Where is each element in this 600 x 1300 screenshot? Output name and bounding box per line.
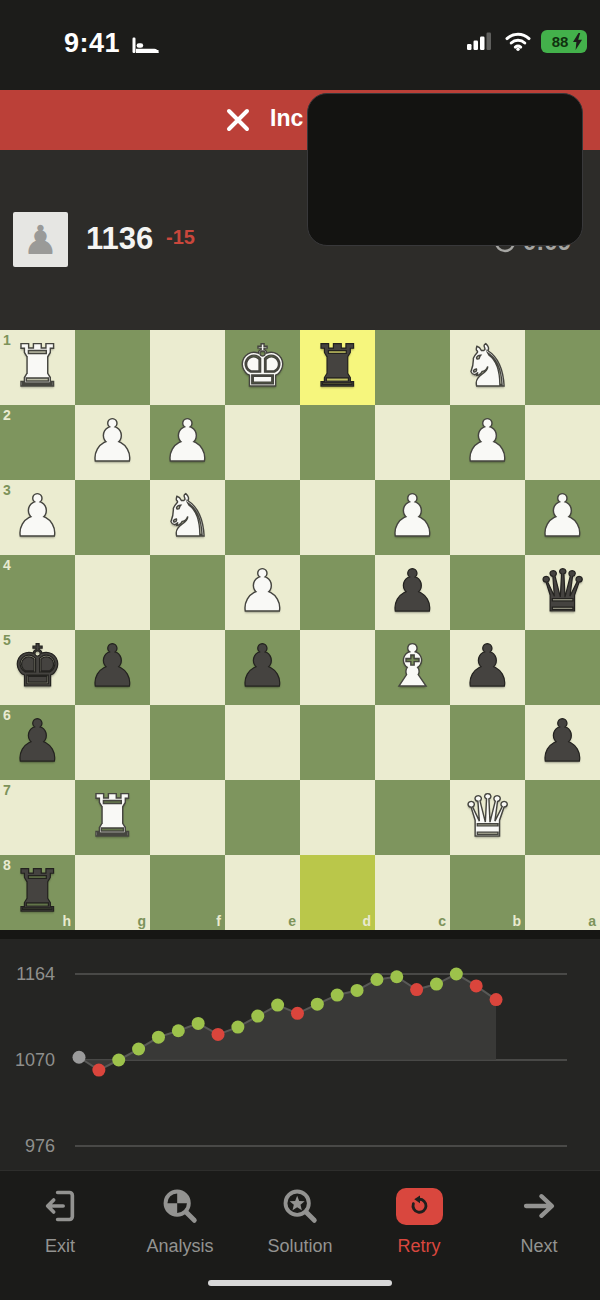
square-h8[interactable]: ♜8h bbox=[0, 855, 75, 930]
white-rook: ♜ bbox=[0, 330, 75, 405]
square-h2[interactable]: 2 bbox=[0, 405, 75, 480]
square-d1[interactable]: ♜ bbox=[300, 330, 375, 405]
square-a1[interactable] bbox=[525, 330, 600, 405]
square-g8[interactable]: g bbox=[75, 855, 150, 930]
square-g2[interactable]: ♟ bbox=[75, 405, 150, 480]
avatar[interactable]: ♟ bbox=[13, 212, 68, 267]
white-pawn: ♟ bbox=[0, 480, 75, 555]
rank-label: 4 bbox=[3, 557, 11, 573]
square-h7[interactable]: 7 bbox=[0, 780, 75, 855]
square-b6[interactable] bbox=[450, 705, 525, 780]
square-f8[interactable]: f bbox=[150, 855, 225, 930]
square-h4[interactable]: 4 bbox=[0, 555, 75, 630]
status-bar: 9:41 88 bbox=[0, 0, 600, 90]
square-c3[interactable]: ♟ bbox=[375, 480, 450, 555]
solution-button[interactable]: Solution bbox=[245, 1185, 355, 1257]
exit-label: Exit bbox=[45, 1236, 75, 1257]
clock-time: 9:41 bbox=[64, 28, 120, 59]
white-knight: ♞ bbox=[150, 480, 225, 555]
square-c6[interactable] bbox=[375, 705, 450, 780]
next-button[interactable]: Next bbox=[484, 1185, 594, 1257]
rank-label: 2 bbox=[3, 407, 11, 423]
square-f6[interactable] bbox=[150, 705, 225, 780]
square-g6[interactable] bbox=[75, 705, 150, 780]
square-e8[interactable]: e bbox=[225, 855, 300, 930]
square-f5[interactable] bbox=[150, 630, 225, 705]
square-h6[interactable]: ♟6 bbox=[0, 705, 75, 780]
square-d4[interactable] bbox=[300, 555, 375, 630]
square-b1[interactable]: ♞ bbox=[450, 330, 525, 405]
home-indicator[interactable] bbox=[208, 1280, 392, 1286]
square-b2[interactable]: ♟ bbox=[450, 405, 525, 480]
square-a4[interactable]: ♛ bbox=[525, 555, 600, 630]
rating-chart: 11641070976 bbox=[0, 939, 600, 1170]
solution-label: Solution bbox=[267, 1236, 332, 1257]
rank-label: 6 bbox=[3, 707, 11, 723]
file-label: d bbox=[362, 913, 371, 929]
square-b3[interactable] bbox=[450, 480, 525, 555]
square-g1[interactable] bbox=[75, 330, 150, 405]
square-e4[interactable]: ♟ bbox=[225, 555, 300, 630]
close-icon[interactable] bbox=[225, 107, 251, 133]
file-label: a bbox=[588, 913, 596, 929]
rank-label: 5 bbox=[3, 632, 11, 648]
battery-percent: 88 bbox=[552, 33, 569, 50]
black-pawn: ♟ bbox=[525, 705, 600, 780]
file-label: h bbox=[62, 913, 71, 929]
square-c4[interactable]: ♟ bbox=[375, 555, 450, 630]
black-queen: ♛ bbox=[525, 555, 600, 630]
puzzle-screen: 9:41 88 bbox=[0, 0, 600, 1300]
square-e7[interactable] bbox=[225, 780, 300, 855]
square-c1[interactable] bbox=[375, 330, 450, 405]
square-c7[interactable] bbox=[375, 780, 450, 855]
black-pawn: ♟ bbox=[375, 555, 450, 630]
pawn-icon: ♟ bbox=[23, 220, 59, 260]
square-a6[interactable]: ♟ bbox=[525, 705, 600, 780]
square-g4[interactable] bbox=[75, 555, 150, 630]
square-c5[interactable]: ♝ bbox=[375, 630, 450, 705]
rank-label: 8 bbox=[3, 857, 11, 873]
square-a5[interactable] bbox=[525, 630, 600, 705]
analysis-magnifier-icon bbox=[160, 1185, 200, 1227]
svg-text:1070: 1070 bbox=[15, 1050, 55, 1070]
cellular-signal-icon bbox=[467, 32, 495, 51]
white-bishop: ♝ bbox=[375, 630, 450, 705]
square-a8[interactable]: a bbox=[525, 855, 600, 930]
charging-bolt-icon bbox=[572, 33, 583, 50]
black-pawn: ♟ bbox=[75, 630, 150, 705]
file-label: e bbox=[288, 913, 296, 929]
black-rook: ♜ bbox=[300, 330, 375, 405]
square-f2[interactable]: ♟ bbox=[150, 405, 225, 480]
svg-text:1164: 1164 bbox=[16, 964, 55, 984]
exit-button[interactable]: Exit bbox=[5, 1185, 115, 1257]
square-f1[interactable] bbox=[150, 330, 225, 405]
retry-button[interactable]: Retry bbox=[364, 1185, 474, 1257]
square-f3[interactable]: ♞ bbox=[150, 480, 225, 555]
next-arrow-icon bbox=[520, 1185, 558, 1227]
square-c8[interactable]: c bbox=[375, 855, 450, 930]
white-queen: ♛ bbox=[450, 780, 525, 855]
square-d5[interactable] bbox=[300, 630, 375, 705]
white-rook: ♜ bbox=[75, 780, 150, 855]
chess-board: ♜1♚♜♞2♟♟♟♟3♞♟♟4♟♟♛♚5♟♟♝♟♟6♟7♜♛♜8hgfedcba bbox=[0, 330, 600, 930]
square-b7[interactable]: ♛ bbox=[450, 780, 525, 855]
rank-label: 7 bbox=[3, 782, 11, 798]
black-pawn: ♟ bbox=[225, 630, 300, 705]
square-a3[interactable]: ♟ bbox=[525, 480, 600, 555]
square-f7[interactable] bbox=[150, 780, 225, 855]
exit-door-icon bbox=[41, 1185, 79, 1227]
square-h1[interactable]: ♜1 bbox=[0, 330, 75, 405]
square-d6[interactable] bbox=[300, 705, 375, 780]
square-d7[interactable] bbox=[300, 780, 375, 855]
square-e2[interactable] bbox=[225, 405, 300, 480]
analysis-button[interactable]: Analysis bbox=[125, 1185, 235, 1257]
rating-delta: -15 bbox=[166, 226, 195, 249]
square-c2[interactable] bbox=[375, 405, 450, 480]
retry-label: Retry bbox=[397, 1236, 440, 1257]
wifi-icon bbox=[505, 32, 531, 51]
square-g3[interactable] bbox=[75, 480, 150, 555]
file-label: c bbox=[438, 913, 446, 929]
square-h5[interactable]: ♚5 bbox=[0, 630, 75, 705]
bed-icon bbox=[132, 37, 159, 55]
square-b5[interactable]: ♟ bbox=[450, 630, 525, 705]
square-d2[interactable] bbox=[300, 405, 375, 480]
black-pawn: ♟ bbox=[450, 630, 525, 705]
svg-text:976: 976 bbox=[25, 1136, 55, 1156]
solution-magnifier-star-icon bbox=[280, 1185, 320, 1227]
battery-icon: 88 bbox=[541, 30, 587, 53]
square-f4[interactable] bbox=[150, 555, 225, 630]
black-pawn: ♟ bbox=[0, 705, 75, 780]
white-pawn: ♟ bbox=[75, 405, 150, 480]
black-king: ♚ bbox=[0, 630, 75, 705]
square-d3[interactable] bbox=[300, 480, 375, 555]
white-king: ♚ bbox=[225, 330, 300, 405]
rating-chart-section: 11641070976 bbox=[0, 930, 600, 1170]
white-pawn: ♟ bbox=[450, 405, 525, 480]
square-g5[interactable]: ♟ bbox=[75, 630, 150, 705]
file-label: b bbox=[512, 913, 521, 929]
square-b4[interactable] bbox=[450, 555, 525, 630]
white-pawn: ♟ bbox=[375, 480, 450, 555]
player-rating: 1136 bbox=[86, 221, 153, 257]
square-h3[interactable]: ♟3 bbox=[0, 480, 75, 555]
square-d8[interactable]: d bbox=[300, 855, 375, 930]
blackout-overlay bbox=[307, 93, 583, 246]
white-knight: ♞ bbox=[450, 330, 525, 405]
file-label: f bbox=[216, 913, 221, 929]
white-pawn: ♟ bbox=[150, 405, 225, 480]
square-e3[interactable] bbox=[225, 480, 300, 555]
file-label: g bbox=[137, 913, 146, 929]
square-e5[interactable]: ♟ bbox=[225, 630, 300, 705]
square-g7[interactable]: ♜ bbox=[75, 780, 150, 855]
white-pawn: ♟ bbox=[525, 480, 600, 555]
square-a2[interactable] bbox=[525, 405, 600, 480]
retry-circular-arrow-icon bbox=[396, 1188, 443, 1225]
square-e6[interactable] bbox=[225, 705, 300, 780]
rank-label: 1 bbox=[3, 332, 11, 348]
banner-title: Inc bbox=[270, 105, 303, 132]
rank-label: 3 bbox=[3, 482, 11, 498]
square-b8[interactable]: b bbox=[450, 855, 525, 930]
square-e1[interactable]: ♚ bbox=[225, 330, 300, 405]
square-a7[interactable] bbox=[525, 780, 600, 855]
analysis-label: Analysis bbox=[146, 1236, 213, 1257]
next-label: Next bbox=[520, 1236, 557, 1257]
white-pawn: ♟ bbox=[225, 555, 300, 630]
